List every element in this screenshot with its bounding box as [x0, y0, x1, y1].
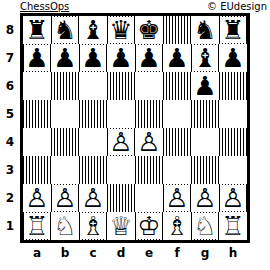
square-e7[interactable]: ♟: [135, 44, 163, 72]
square-c6[interactable]: [79, 72, 107, 100]
square-a5[interactable]: [23, 100, 51, 128]
square-e2[interactable]: [135, 184, 163, 212]
piece-black-king[interactable]: ♚: [137, 17, 162, 43]
piece-black-pawn[interactable]: ♟: [137, 45, 162, 71]
square-g4[interactable]: [191, 128, 219, 156]
square-e1[interactable]: ♔: [135, 212, 163, 240]
piece-white-knight[interactable]: ♘: [193, 213, 218, 239]
square-c5[interactable]: [79, 100, 107, 128]
square-a8[interactable]: ♜: [23, 16, 51, 44]
rank-label-1: 1: [2, 212, 18, 240]
square-a4[interactable]: [23, 128, 51, 156]
square-d4[interactable]: ♙: [107, 128, 135, 156]
square-d1[interactable]: ♕: [107, 212, 135, 240]
square-g5[interactable]: [191, 100, 219, 128]
square-h5[interactable]: [219, 100, 247, 128]
piece-black-bishop[interactable]: ♝: [81, 17, 106, 43]
piece-black-knight[interactable]: ♞: [193, 17, 218, 43]
piece-black-pawn[interactable]: ♟: [193, 73, 218, 99]
square-f1[interactable]: ♗: [163, 212, 191, 240]
square-f4[interactable]: [163, 128, 191, 156]
square-c3[interactable]: [79, 156, 107, 184]
square-a2[interactable]: ♙: [23, 184, 51, 212]
piece-white-knight[interactable]: ♘: [53, 213, 78, 239]
square-b7[interactable]: ♟: [51, 44, 79, 72]
square-f8[interactable]: [163, 16, 191, 44]
square-a3[interactable]: [23, 156, 51, 184]
square-d2[interactable]: [107, 184, 135, 212]
piece-white-rook[interactable]: ♖: [221, 213, 246, 239]
rank-label-5: 5: [2, 100, 18, 128]
square-f7[interactable]: ♟: [163, 44, 191, 72]
file-label-g: g: [191, 246, 219, 260]
piece-white-pawn[interactable]: ♙: [193, 185, 218, 211]
rank-label-6: 6: [2, 72, 18, 100]
piece-black-pawn[interactable]: ♟: [25, 45, 50, 71]
rank-label-2: 2: [2, 184, 18, 212]
square-c2[interactable]: ♙: [79, 184, 107, 212]
piece-white-pawn[interactable]: ♙: [137, 129, 162, 155]
square-g7[interactable]: ♝: [191, 44, 219, 72]
piece-black-rook[interactable]: ♜: [221, 17, 246, 43]
piece-white-pawn[interactable]: ♙: [165, 185, 190, 211]
square-a1[interactable]: ♖: [23, 212, 51, 240]
piece-white-pawn[interactable]: ♙: [81, 185, 106, 211]
square-h7[interactable]: ♟: [219, 44, 247, 72]
piece-white-pawn[interactable]: ♙: [53, 185, 78, 211]
square-a7[interactable]: ♟: [23, 44, 51, 72]
piece-black-pawn[interactable]: ♟: [109, 45, 134, 71]
square-h8[interactable]: ♜: [219, 16, 247, 44]
piece-white-pawn[interactable]: ♙: [221, 185, 246, 211]
square-g8[interactable]: ♞: [191, 16, 219, 44]
square-b5[interactable]: [51, 100, 79, 128]
square-e8[interactable]: ♚: [135, 16, 163, 44]
title-bar: ChessOps © EUdesign: [20, 1, 267, 12]
square-b3[interactable]: [51, 156, 79, 184]
square-c7[interactable]: ♟: [79, 44, 107, 72]
square-f6[interactable]: [163, 72, 191, 100]
piece-white-bishop[interactable]: ♗: [81, 213, 106, 239]
square-a6[interactable]: [23, 72, 51, 100]
chess-board: ♜♞♝♛♚♞♜♟♟♟♟♟♟♝♟♟♙♙♙♙♙♙♙♙♖♘♗♕♔♗♘♖: [20, 13, 250, 243]
square-h4[interactable]: [219, 128, 247, 156]
piece-black-queen[interactable]: ♛: [109, 17, 134, 43]
square-h3[interactable]: [219, 156, 247, 184]
piece-black-knight[interactable]: ♞: [53, 17, 78, 43]
square-d7[interactable]: ♟: [107, 44, 135, 72]
square-g1[interactable]: ♘: [191, 212, 219, 240]
rank-label-4: 4: [2, 128, 18, 156]
piece-black-pawn[interactable]: ♟: [165, 45, 190, 71]
piece-white-pawn[interactable]: ♙: [25, 185, 50, 211]
file-label-f: f: [163, 246, 191, 260]
square-b8[interactable]: ♞: [51, 16, 79, 44]
square-e6[interactable]: [135, 72, 163, 100]
piece-black-bishop[interactable]: ♝: [193, 45, 218, 71]
copyright-text: © EUdesign: [207, 1, 267, 12]
file-label-d: d: [107, 246, 135, 260]
square-e5[interactable]: [135, 100, 163, 128]
square-c1[interactable]: ♗: [79, 212, 107, 240]
square-d5[interactable]: [107, 100, 135, 128]
square-b6[interactable]: [51, 72, 79, 100]
square-h1[interactable]: ♖: [219, 212, 247, 240]
square-g2[interactable]: ♙: [191, 184, 219, 212]
square-b1[interactable]: ♘: [51, 212, 79, 240]
square-d8[interactable]: ♛: [107, 16, 135, 44]
square-h2[interactable]: ♙: [219, 184, 247, 212]
square-e4[interactable]: ♙: [135, 128, 163, 156]
file-label-c: c: [79, 246, 107, 260]
file-labels: abcdefgh: [23, 246, 247, 260]
piece-black-pawn[interactable]: ♟: [81, 45, 106, 71]
piece-white-queen[interactable]: ♕: [109, 213, 134, 239]
piece-black-rook[interactable]: ♜: [25, 17, 50, 43]
app-title: ChessOps: [20, 1, 69, 12]
file-label-a: a: [23, 246, 51, 260]
piece-white-king[interactable]: ♔: [137, 213, 162, 239]
square-c8[interactable]: ♝: [79, 16, 107, 44]
square-f3[interactable]: [163, 156, 191, 184]
square-g6[interactable]: ♟: [191, 72, 219, 100]
square-h6[interactable]: [219, 72, 247, 100]
piece-white-pawn[interactable]: ♙: [109, 129, 134, 155]
rank-label-3: 3: [2, 156, 18, 184]
rank-labels: 87654321: [2, 16, 18, 240]
square-d6[interactable]: [107, 72, 135, 100]
square-d3[interactable]: [107, 156, 135, 184]
square-e3[interactable]: [135, 156, 163, 184]
piece-white-bishop[interactable]: ♗: [165, 213, 190, 239]
square-b4[interactable]: [51, 128, 79, 156]
file-label-h: h: [219, 246, 247, 260]
square-c4[interactable]: [79, 128, 107, 156]
piece-black-pawn[interactable]: ♟: [221, 45, 246, 71]
square-f2[interactable]: ♙: [163, 184, 191, 212]
square-f5[interactable]: [163, 100, 191, 128]
piece-white-rook[interactable]: ♖: [25, 213, 50, 239]
square-b2[interactable]: ♙: [51, 184, 79, 212]
rank-label-8: 8: [2, 16, 18, 44]
rank-label-7: 7: [2, 44, 18, 72]
piece-black-pawn[interactable]: ♟: [53, 45, 78, 71]
square-g3[interactable]: [191, 156, 219, 184]
file-label-b: b: [51, 246, 79, 260]
file-label-e: e: [135, 246, 163, 260]
